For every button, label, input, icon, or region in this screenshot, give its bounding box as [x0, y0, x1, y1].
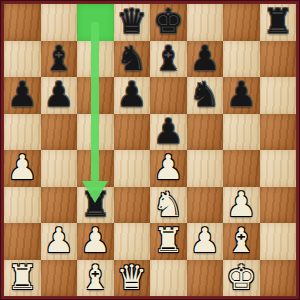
square-b1[interactable]: [41, 260, 78, 297]
white-pawn-g3[interactable]: ♟: [226, 187, 256, 221]
square-a2[interactable]: [4, 223, 41, 260]
chess-board: ♛♚♜♝♞♝♟♟♟♟♞♟♟♟♟♜♞♟♟♟♜♟♝♜♝♛♚: [4, 4, 296, 296]
square-h8[interactable]: ♜: [260, 4, 297, 41]
square-e4[interactable]: ♟: [150, 150, 187, 187]
square-g6[interactable]: ♟: [223, 77, 260, 114]
black-bishop-b7[interactable]: ♝: [44, 41, 74, 75]
square-c3[interactable]: ♜: [77, 187, 114, 224]
square-h7[interactable]: [260, 41, 297, 78]
white-rook-e2[interactable]: ♜: [153, 223, 183, 257]
square-f8[interactable]: [187, 4, 224, 41]
black-pawn-b6[interactable]: ♟: [44, 77, 74, 111]
square-a1[interactable]: ♜: [4, 260, 41, 297]
square-c2[interactable]: ♟: [77, 223, 114, 260]
square-g7[interactable]: [223, 41, 260, 78]
square-a4[interactable]: ♟: [4, 150, 41, 187]
square-e2[interactable]: ♜: [150, 223, 187, 260]
black-pawn-a6[interactable]: ♟: [7, 77, 37, 111]
square-d7[interactable]: ♞: [114, 41, 151, 78]
black-bishop-e7[interactable]: ♝: [153, 41, 183, 75]
square-c6[interactable]: [77, 77, 114, 114]
square-d2[interactable]: [114, 223, 151, 260]
square-f1[interactable]: [187, 260, 224, 297]
square-c7[interactable]: [77, 41, 114, 78]
square-b4[interactable]: [41, 150, 78, 187]
square-e1[interactable]: [150, 260, 187, 297]
black-pawn-d6[interactable]: ♟: [117, 77, 147, 111]
square-c8[interactable]: [77, 4, 114, 41]
square-h2[interactable]: [260, 223, 297, 260]
square-h5[interactable]: [260, 114, 297, 151]
black-knight-f6[interactable]: ♞: [190, 77, 220, 111]
square-a8[interactable]: [4, 4, 41, 41]
square-g5[interactable]: [223, 114, 260, 151]
black-pawn-f7[interactable]: ♟: [190, 41, 220, 75]
black-pawn-e5[interactable]: ♟: [153, 114, 183, 148]
square-d1[interactable]: ♛: [114, 260, 151, 297]
square-e5[interactable]: ♟: [150, 114, 187, 151]
black-pawn-g6[interactable]: ♟: [226, 77, 256, 111]
square-c1[interactable]: ♝: [77, 260, 114, 297]
black-queen-d8[interactable]: ♛: [117, 4, 147, 38]
square-g2[interactable]: ♝: [223, 223, 260, 260]
square-d5[interactable]: [114, 114, 151, 151]
white-bishop-c1[interactable]: ♝: [80, 260, 110, 294]
square-e7[interactable]: ♝: [150, 41, 187, 78]
square-h4[interactable]: [260, 150, 297, 187]
square-h3[interactable]: [260, 187, 297, 224]
square-a6[interactable]: ♟: [4, 77, 41, 114]
square-a7[interactable]: [4, 41, 41, 78]
square-h6[interactable]: [260, 77, 297, 114]
square-b5[interactable]: [41, 114, 78, 151]
square-a3[interactable]: [4, 187, 41, 224]
white-rook-a1[interactable]: ♜: [7, 260, 37, 294]
square-f7[interactable]: ♟: [187, 41, 224, 78]
square-b8[interactable]: [41, 4, 78, 41]
square-e8[interactable]: ♚: [150, 4, 187, 41]
square-f5[interactable]: [187, 114, 224, 151]
square-d3[interactable]: [114, 187, 151, 224]
square-f3[interactable]: [187, 187, 224, 224]
white-king-g1[interactable]: ♚: [226, 260, 256, 294]
square-b3[interactable]: [41, 187, 78, 224]
black-rook-h8[interactable]: ♜: [263, 4, 293, 38]
square-g1[interactable]: ♚: [223, 260, 260, 297]
white-knight-e3[interactable]: ♞: [153, 187, 183, 221]
black-king-e8[interactable]: ♚: [153, 4, 183, 38]
black-knight-d7[interactable]: ♞: [117, 41, 147, 75]
square-e6[interactable]: [150, 77, 187, 114]
square-b7[interactable]: ♝: [41, 41, 78, 78]
square-g3[interactable]: ♟: [223, 187, 260, 224]
square-a5[interactable]: [4, 114, 41, 151]
square-d4[interactable]: [114, 150, 151, 187]
white-queen-d1[interactable]: ♛: [117, 260, 147, 294]
square-c4[interactable]: [77, 150, 114, 187]
chess-app: ♛♚♜♝♞♝♟♟♟♟♞♟♟♟♟♜♞♟♟♟♜♟♝♜♝♛♚: [0, 0, 300, 300]
square-f2[interactable]: ♟: [187, 223, 224, 260]
square-f4[interactable]: [187, 150, 224, 187]
white-pawn-a4[interactable]: ♟: [7, 150, 37, 184]
square-b6[interactable]: ♟: [41, 77, 78, 114]
square-f6[interactable]: ♞: [187, 77, 224, 114]
white-pawn-c2[interactable]: ♟: [80, 223, 110, 257]
square-d6[interactable]: ♟: [114, 77, 151, 114]
white-pawn-b2[interactable]: ♟: [44, 223, 74, 257]
square-d8[interactable]: ♛: [114, 4, 151, 41]
square-h1[interactable]: [260, 260, 297, 297]
black-rook-c3[interactable]: ♜: [80, 187, 110, 221]
white-pawn-e4[interactable]: ♟: [153, 150, 183, 184]
white-pawn-f2[interactable]: ♟: [190, 223, 220, 257]
square-b2[interactable]: ♟: [41, 223, 78, 260]
white-bishop-g2[interactable]: ♝: [226, 223, 256, 257]
square-c5[interactable]: [77, 114, 114, 151]
square-e3[interactable]: ♞: [150, 187, 187, 224]
square-g4[interactable]: [223, 150, 260, 187]
square-g8[interactable]: [223, 4, 260, 41]
